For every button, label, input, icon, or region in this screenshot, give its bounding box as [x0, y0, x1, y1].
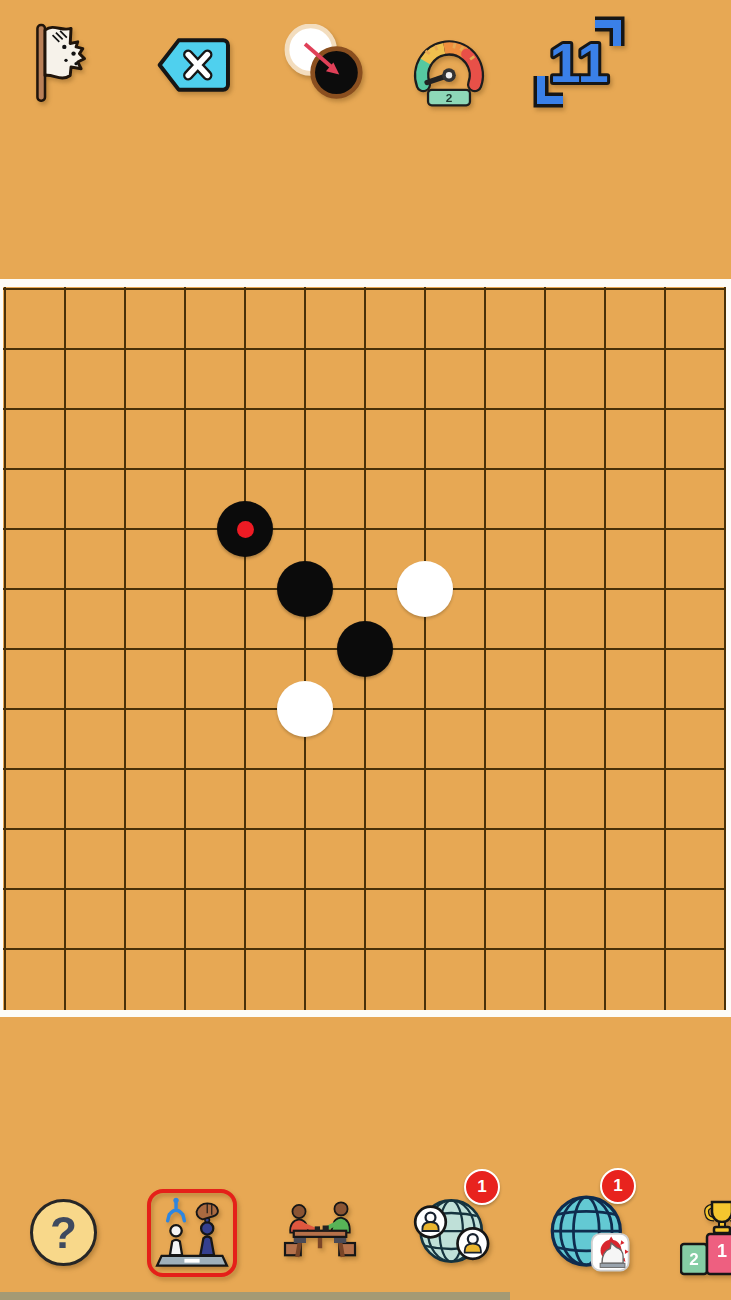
help-button[interactable]: ? — [30, 1199, 97, 1266]
badge-count: 1 — [613, 1176, 622, 1196]
stone-black — [337, 621, 393, 677]
game-board — [0, 279, 731, 1017]
podium-first-label: 1 — [717, 1241, 727, 1261]
bottom-system-bar — [0, 1292, 510, 1300]
help-question-mark: ? — [50, 1208, 77, 1258]
online-invites-button[interactable]: 1 — [544, 1186, 636, 1278]
undo-button[interactable] — [153, 34, 233, 96]
swap-colors-button[interactable] — [282, 24, 368, 102]
stone-black — [277, 561, 333, 617]
stone-white — [277, 681, 333, 737]
last-move-marker — [237, 521, 254, 538]
podium-second-label: 2 — [689, 1250, 698, 1269]
stone-white — [397, 561, 453, 617]
stone-black — [217, 501, 273, 557]
app-screen: 2 11 ? — [0, 0, 731, 1300]
online-multiplayer-badge: 1 — [464, 1169, 500, 1205]
online-multiplayer-button[interactable]: 1 — [408, 1186, 498, 1276]
local-two-player-button[interactable] — [276, 1194, 364, 1264]
vs-computer-button-selected[interactable] — [147, 1189, 237, 1277]
online-invites-badge: 1 — [600, 1168, 636, 1204]
difficulty-level-label: 2 — [446, 91, 453, 105]
leaderboard-button[interactable]: 2 1 — [680, 1196, 731, 1276]
move-counter: 11 — [531, 14, 627, 110]
board-surface[interactable] — [3, 287, 726, 1010]
move-counter-value: 11 — [549, 31, 608, 94]
resign-flag-button[interactable] — [24, 16, 108, 108]
stones-layer — [3, 287, 726, 1010]
robot-vs-hand-chess-icon — [153, 1195, 231, 1271]
difficulty-gauge-button[interactable]: 2 — [403, 26, 495, 108]
badge-count: 1 — [477, 1177, 486, 1197]
